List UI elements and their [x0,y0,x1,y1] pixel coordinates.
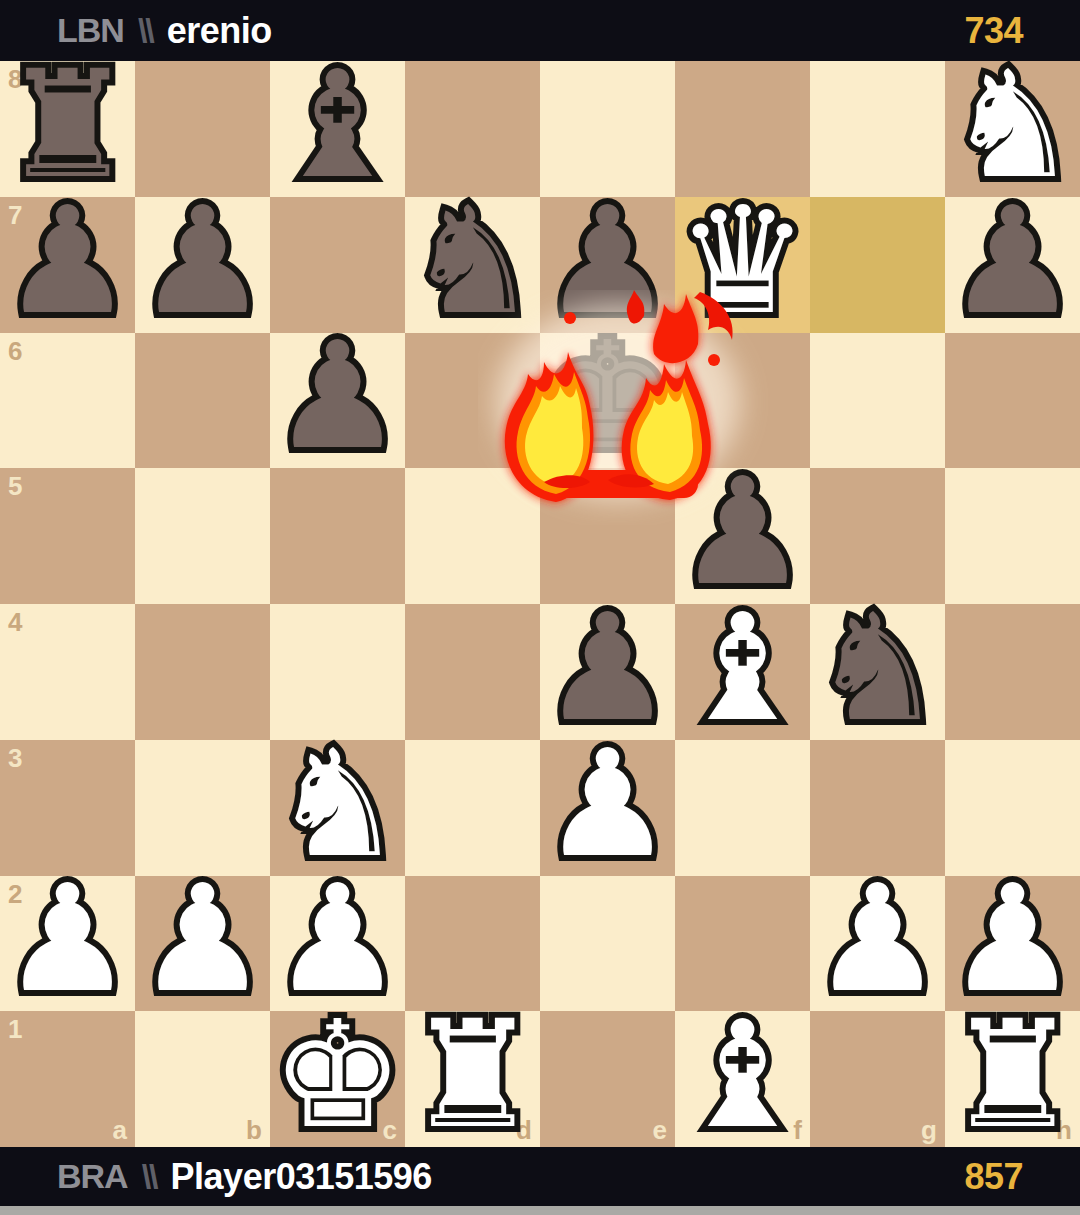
square-b2[interactable] [135,876,270,1012]
rank-label-4: 4 [8,609,22,635]
square-b6[interactable] [135,333,270,469]
square-h4[interactable] [945,604,1080,740]
player-bottom-flag: BRA [57,1157,128,1196]
square-e6[interactable] [540,333,675,469]
square-b7[interactable] [135,197,270,333]
bottom-home-strip [0,1206,1080,1215]
square-c8[interactable] [270,61,405,197]
black-king[interactable] [540,333,675,469]
square-g6[interactable] [810,333,945,469]
square-c1[interactable]: c [270,1011,405,1147]
square-d3[interactable] [405,740,540,876]
square-e3[interactable] [540,740,675,876]
square-f7[interactable] [675,197,810,333]
player-top-bar: LBN \\ erenio 734 [0,0,1080,61]
square-h6[interactable] [945,333,1080,469]
square-f3[interactable] [675,740,810,876]
square-h5[interactable] [945,468,1080,604]
rank-label-3: 3 [8,745,22,771]
square-a5[interactable]: 5 [0,468,135,604]
square-c6[interactable] [270,333,405,469]
player-top-name[interactable]: erenio [167,10,272,52]
white-pawn[interactable] [810,876,945,1012]
square-a4[interactable]: 4 [0,604,135,740]
player-bottom-rating: 857 [964,1156,1023,1198]
white-pawn[interactable] [0,876,135,1012]
square-d5[interactable] [405,468,540,604]
black-pawn[interactable] [270,333,405,469]
square-h1[interactable]: h [945,1011,1080,1147]
square-f4[interactable] [675,604,810,740]
square-g8[interactable] [810,61,945,197]
rank-label-1: 1 [8,1016,22,1042]
file-label-g: g [921,1117,937,1143]
square-a2[interactable]: 2 [0,876,135,1012]
square-g1[interactable]: g [810,1011,945,1147]
white-rook[interactable] [945,1011,1080,1147]
black-knight[interactable] [810,604,945,740]
white-bishop[interactable] [675,1011,810,1147]
square-f1[interactable]: f [675,1011,810,1147]
square-g2[interactable] [810,876,945,1012]
square-a1[interactable]: 1a [0,1011,135,1147]
white-queen[interactable] [675,197,810,333]
white-rook[interactable] [405,1011,540,1147]
white-pawn[interactable] [135,876,270,1012]
square-d7[interactable] [405,197,540,333]
black-bishop[interactable] [270,61,405,197]
player-top-separator: \\ [138,11,153,50]
white-king[interactable] [270,1011,405,1147]
rank-label-6: 6 [8,338,22,364]
player-bottom-bar: BRA \\ Player03151596 857 [0,1147,1080,1206]
black-pawn[interactable] [0,197,135,333]
square-b1[interactable]: b [135,1011,270,1147]
chess-app-screen: LBN \\ erenio 734 87654321abcdefgh [0,0,1080,1215]
square-b5[interactable] [135,468,270,604]
file-label-a: a [113,1117,127,1143]
file-label-b: b [246,1117,262,1143]
square-e2[interactable] [540,876,675,1012]
player-bottom-name[interactable]: Player03151596 [171,1156,432,1198]
square-g7[interactable] [810,197,945,333]
square-d6[interactable] [405,333,540,469]
square-g4[interactable] [810,604,945,740]
rank-label-5: 5 [8,473,22,499]
black-knight[interactable] [405,197,540,333]
square-e1[interactable]: e [540,1011,675,1147]
white-bishop[interactable] [675,604,810,740]
square-d1[interactable]: d [405,1011,540,1147]
square-c5[interactable] [270,468,405,604]
chess-board[interactable]: 87654321abcdefgh [0,61,1080,1147]
square-b4[interactable] [135,604,270,740]
file-label-e: e [653,1117,667,1143]
square-a6[interactable]: 6 [0,333,135,469]
square-h7[interactable] [945,197,1080,333]
white-pawn[interactable] [540,740,675,876]
black-pawn[interactable] [135,197,270,333]
square-a7[interactable]: 7 [0,197,135,333]
player-bottom-separator: \\ [142,1157,157,1196]
square-d4[interactable] [405,604,540,740]
black-pawn[interactable] [945,197,1080,333]
